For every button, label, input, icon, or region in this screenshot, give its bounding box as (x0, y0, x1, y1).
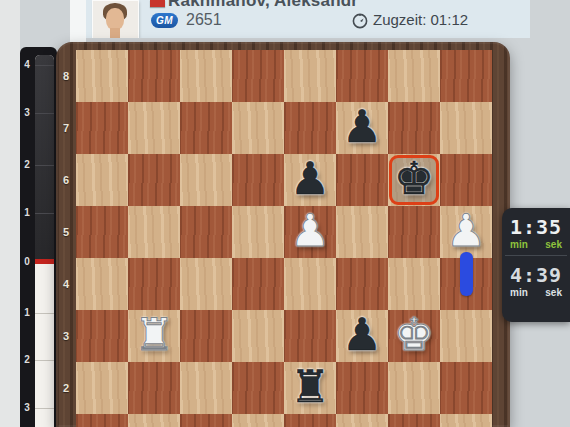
square-a6[interactable] (76, 154, 128, 206)
eval-scale-6-2: 2 (20, 353, 34, 367)
player-name: Rakhmanov, Aleksandr (168, 0, 358, 11)
square-e8[interactable] (284, 50, 336, 102)
square-g1[interactable] (388, 414, 440, 427)
square-g6[interactable]: ♚ (388, 154, 440, 206)
square-b4[interactable] (128, 258, 180, 310)
move-time-label: Zugzeit: (373, 11, 426, 28)
piece-white-rook-b3[interactable]: ♜ (128, 310, 180, 362)
square-d7[interactable] (232, 102, 284, 154)
rank-label-7: 7 (56, 102, 76, 154)
square-f6[interactable] (336, 154, 388, 206)
rank-label-8: 8 (56, 50, 76, 102)
square-d1[interactable] (232, 414, 284, 427)
square-h7[interactable] (440, 102, 492, 154)
evaluation-black-side (35, 55, 54, 259)
piece-black-pawn-f7[interactable]: ♟ (336, 102, 388, 154)
piece-white-pawn-e5[interactable]: ♟ (284, 206, 336, 258)
photo-neck (110, 28, 120, 38)
square-e2[interactable]: ♜ (284, 362, 336, 414)
square-e7[interactable] (284, 102, 336, 154)
square-h2[interactable] (440, 362, 492, 414)
square-d4[interactable] (232, 258, 284, 310)
piece-black-rook-e2[interactable]: ♜ (284, 362, 336, 414)
clock-bottom-sec-label: sek (545, 287, 562, 298)
square-b8[interactable] (128, 50, 180, 102)
eval-tick (35, 113, 54, 114)
player-photo (93, 1, 138, 38)
clock-panel: 1:35 min sek 4:39 min sek (502, 208, 570, 322)
photo-face (106, 8, 124, 30)
rank-label-4: 4 (56, 258, 76, 310)
player-header: Rakhmanov, Aleksandr GM 2651 Zugzeit: 01… (86, 0, 530, 38)
rank-label-3: 3 (56, 310, 76, 362)
square-e6[interactable]: ♟ (284, 154, 336, 206)
square-c2[interactable] (180, 362, 232, 414)
square-a8[interactable] (76, 50, 128, 102)
rank-label-5: 5 (56, 206, 76, 258)
square-a5[interactable] (76, 206, 128, 258)
square-a1[interactable] (76, 414, 128, 427)
russia-flag-icon (150, 0, 165, 7)
clock-top-time: 1:35 (502, 215, 570, 239)
square-g2[interactable] (388, 362, 440, 414)
clock-bottom-min-label: min (510, 287, 528, 298)
piece-white-pawn-h5[interactable]: ♟ (440, 206, 492, 258)
clock-top-min-label: min (510, 239, 528, 250)
square-f8[interactable] (336, 50, 388, 102)
eval-tick (35, 408, 54, 409)
square-g4[interactable] (388, 258, 440, 310)
page-left-strip (0, 0, 20, 427)
eval-scale-7-3: 3 (20, 401, 34, 415)
square-b7[interactable] (128, 102, 180, 154)
piece-white-king-g3[interactable]: ♚ (388, 310, 440, 362)
last-move-arrow (460, 252, 473, 296)
square-a2[interactable] (76, 362, 128, 414)
piece-black-king-g6[interactable]: ♚ (388, 154, 440, 206)
square-g3[interactable]: ♚ (388, 310, 440, 362)
chess-board-frame: 8765432 ♟♟♚♟♟♜♟♚♜ (56, 42, 510, 427)
square-e5[interactable]: ♟ (284, 206, 336, 258)
rank-label-6: 6 (56, 154, 76, 206)
square-c3[interactable] (180, 310, 232, 362)
square-h8[interactable] (440, 50, 492, 102)
square-d6[interactable] (232, 154, 284, 206)
eval-scale-0-4: 4 (20, 58, 34, 72)
move-time-value: 01:12 (431, 11, 469, 28)
square-f3[interactable]: ♟ (336, 310, 388, 362)
square-c8[interactable] (180, 50, 232, 102)
move-time: Zugzeit: 01:12 (373, 11, 468, 28)
player-rating: 2651 (186, 11, 222, 29)
square-e3[interactable] (284, 310, 336, 362)
square-f1[interactable] (336, 414, 388, 427)
square-d5[interactable] (232, 206, 284, 258)
eval-scale-4-0: 0 (20, 255, 34, 269)
square-e4[interactable] (284, 258, 336, 310)
eval-tick (35, 65, 54, 66)
piece-black-pawn-e6[interactable]: ♟ (284, 154, 336, 206)
header-left-divider (70, 0, 86, 42)
square-a7[interactable] (76, 102, 128, 154)
square-c1[interactable] (180, 414, 232, 427)
gm-title-badge: GM (151, 13, 178, 28)
eval-tick (35, 213, 54, 214)
eval-tick (35, 165, 54, 166)
square-h1[interactable] (440, 414, 492, 427)
eval-scale-1-3: 3 (20, 106, 34, 120)
square-g5[interactable] (388, 206, 440, 258)
square-f2[interactable] (336, 362, 388, 414)
square-c5[interactable] (180, 206, 232, 258)
clock-bottom-units: min sek (502, 287, 570, 298)
eval-scale-5-1: 1 (20, 306, 34, 320)
square-a3[interactable] (76, 310, 128, 362)
square-e1[interactable] (284, 414, 336, 427)
square-d8[interactable] (232, 50, 284, 102)
square-b2[interactable] (128, 362, 180, 414)
square-g7[interactable] (388, 102, 440, 154)
square-a4[interactable] (76, 258, 128, 310)
square-b6[interactable] (128, 154, 180, 206)
chess-board: ♟♟♚♟♟♜♟♚♜ (76, 50, 492, 427)
square-b1[interactable] (128, 414, 180, 427)
square-d3[interactable] (232, 310, 284, 362)
clock-divider (505, 255, 567, 256)
square-f4[interactable] (336, 258, 388, 310)
evaluation-marker (35, 259, 54, 264)
square-g8[interactable] (388, 50, 440, 102)
evaluation-bar-panel: 43210123 (20, 47, 57, 427)
evaluation-bar (35, 55, 54, 427)
square-b3[interactable]: ♜ (128, 310, 180, 362)
square-h5[interactable]: ♟ (440, 206, 492, 258)
square-h3[interactable] (440, 310, 492, 362)
eval-scale-3-1: 1 (20, 206, 34, 220)
square-f5[interactable] (336, 206, 388, 258)
move-time-clock-icon (352, 13, 368, 29)
rank-label-2: 2 (56, 362, 76, 414)
eval-tick (35, 360, 54, 361)
square-h6[interactable] (440, 154, 492, 206)
square-c7[interactable] (180, 102, 232, 154)
square-d2[interactable] (232, 362, 284, 414)
square-f7[interactable]: ♟ (336, 102, 388, 154)
square-c6[interactable] (180, 154, 232, 206)
square-c4[interactable] (180, 258, 232, 310)
eval-tick (35, 313, 54, 314)
clock-bottom-time: 4:39 (502, 263, 570, 287)
square-b5[interactable] (128, 206, 180, 258)
eval-scale-2-2: 2 (20, 158, 34, 172)
piece-black-pawn-f3[interactable]: ♟ (336, 310, 388, 362)
clock-top-sec-label: sek (545, 239, 562, 250)
clock-top-units: min sek (502, 239, 570, 250)
